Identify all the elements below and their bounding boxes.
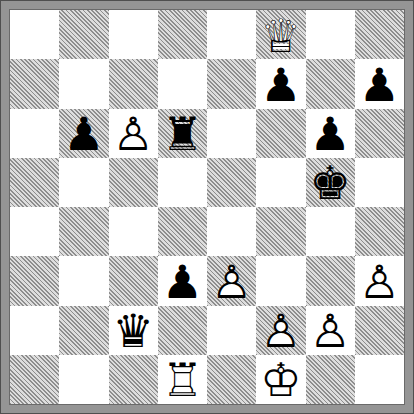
- square-g5[interactable]: ♚: [306, 158, 355, 207]
- square-d2[interactable]: [158, 306, 207, 355]
- piece-white-queen: ♕: [256, 11, 305, 60]
- white-pawn-fill: ♟: [355, 257, 404, 306]
- piece-white-pawn: ♙: [109, 110, 158, 159]
- white-rook-fill: ♜: [158, 356, 207, 405]
- square-a7[interactable]: [10, 59, 59, 108]
- square-g1[interactable]: [306, 355, 355, 404]
- square-a5[interactable]: [10, 158, 59, 207]
- square-b1[interactable]: [59, 355, 108, 404]
- white-pawn-fill: ♟: [207, 257, 256, 306]
- square-f8[interactable]: ♛♕: [256, 10, 305, 59]
- square-d8[interactable]: [158, 10, 207, 59]
- piece-black-king: ♚: [306, 159, 355, 208]
- chess-board: ♛♕♟♟♟♟♙♜♟♚♟♟♙♟♙♛♟♙♟♙♜♖♚♔: [10, 10, 404, 404]
- square-h2[interactable]: [355, 306, 404, 355]
- square-g3[interactable]: [306, 256, 355, 305]
- square-h6[interactable]: [355, 109, 404, 158]
- square-b4[interactable]: [59, 207, 108, 256]
- square-c1[interactable]: [109, 355, 158, 404]
- white-pawn-fill: ♟: [109, 110, 158, 159]
- square-f4[interactable]: [256, 207, 305, 256]
- square-h8[interactable]: [355, 10, 404, 59]
- square-c6[interactable]: ♟♙: [109, 109, 158, 158]
- square-c2[interactable]: ♛: [109, 306, 158, 355]
- square-b3[interactable]: [59, 256, 108, 305]
- square-e3[interactable]: ♟♙: [207, 256, 256, 305]
- square-a6[interactable]: [10, 109, 59, 158]
- piece-white-pawn: ♙: [256, 307, 305, 356]
- square-c4[interactable]: [109, 207, 158, 256]
- square-d3[interactable]: ♟: [158, 256, 207, 305]
- square-g8[interactable]: [306, 10, 355, 59]
- square-d1[interactable]: ♜♖: [158, 355, 207, 404]
- square-f3[interactable]: [256, 256, 305, 305]
- square-b5[interactable]: [59, 158, 108, 207]
- square-h7[interactable]: ♟: [355, 59, 404, 108]
- square-b7[interactable]: [59, 59, 108, 108]
- square-h1[interactable]: [355, 355, 404, 404]
- square-e2[interactable]: [207, 306, 256, 355]
- piece-white-rook: ♖: [158, 356, 207, 405]
- square-e8[interactable]: [207, 10, 256, 59]
- square-e6[interactable]: [207, 109, 256, 158]
- square-e5[interactable]: [207, 158, 256, 207]
- square-e7[interactable]: [207, 59, 256, 108]
- piece-black-queen: ♛: [109, 307, 158, 356]
- piece-white-pawn: ♙: [306, 307, 355, 356]
- piece-white-pawn: ♙: [207, 257, 256, 306]
- square-a2[interactable]: [10, 306, 59, 355]
- square-b2[interactable]: [59, 306, 108, 355]
- white-king-fill: ♚: [256, 356, 305, 405]
- piece-black-pawn: ♟: [306, 110, 355, 159]
- square-d6[interactable]: ♜: [158, 109, 207, 158]
- square-f2[interactable]: ♟♙: [256, 306, 305, 355]
- square-f1[interactable]: ♚♔: [256, 355, 305, 404]
- square-e1[interactable]: [207, 355, 256, 404]
- square-f5[interactable]: [256, 158, 305, 207]
- board-frame: ♛♕♟♟♟♟♙♜♟♚♟♟♙♟♙♛♟♙♟♙♜♖♚♔: [0, 0, 414, 414]
- square-a1[interactable]: [10, 355, 59, 404]
- piece-black-pawn: ♟: [158, 257, 207, 306]
- square-c5[interactable]: [109, 158, 158, 207]
- piece-black-pawn: ♟: [256, 60, 305, 109]
- square-a4[interactable]: [10, 207, 59, 256]
- square-b6[interactable]: ♟: [59, 109, 108, 158]
- square-b8[interactable]: [59, 10, 108, 59]
- white-pawn-fill: ♟: [256, 307, 305, 356]
- square-d7[interactable]: [158, 59, 207, 108]
- piece-white-pawn: ♙: [355, 257, 404, 306]
- square-f7[interactable]: ♟: [256, 59, 305, 108]
- square-h4[interactable]: [355, 207, 404, 256]
- piece-black-pawn: ♟: [355, 60, 404, 109]
- square-d5[interactable]: [158, 158, 207, 207]
- piece-black-rook: ♜: [158, 110, 207, 159]
- square-c7[interactable]: [109, 59, 158, 108]
- square-g6[interactable]: ♟: [306, 109, 355, 158]
- square-d4[interactable]: [158, 207, 207, 256]
- square-g2[interactable]: ♟♙: [306, 306, 355, 355]
- square-g4[interactable]: [306, 207, 355, 256]
- square-h5[interactable]: [355, 158, 404, 207]
- white-pawn-fill: ♟: [306, 307, 355, 356]
- piece-white-king: ♔: [256, 356, 305, 405]
- square-e4[interactable]: [207, 207, 256, 256]
- white-queen-fill: ♛: [256, 11, 305, 60]
- square-g7[interactable]: [306, 59, 355, 108]
- square-c3[interactable]: [109, 256, 158, 305]
- square-f6[interactable]: [256, 109, 305, 158]
- square-h3[interactable]: ♟♙: [355, 256, 404, 305]
- square-c8[interactable]: [109, 10, 158, 59]
- square-a3[interactable]: [10, 256, 59, 305]
- piece-black-pawn: ♟: [59, 110, 108, 159]
- square-a8[interactable]: [10, 10, 59, 59]
